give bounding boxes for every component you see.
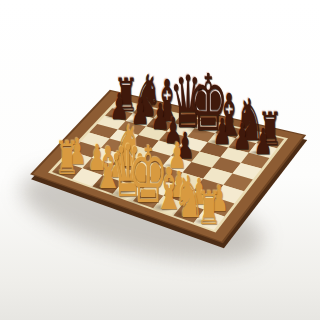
chess-set-product-photo: rnbqkbnr/ppp2ppp/3p4/4p3/4P3/2N5/PPPP1PP… bbox=[0, 0, 320, 320]
piece-dark-p-f7: ♟ bbox=[212, 114, 231, 150]
chess-pieces-layer: ♜♞♝♛♚♝♞♜♟♟♟♟♟♟♟♟♟♞♟♟♟♟♟♟♟♜♝♛♚♝♞♜ bbox=[0, 0, 320, 320]
piece-light-r-a1: ♜ bbox=[55, 136, 79, 182]
piece-light-r-h1: ♜ bbox=[197, 185, 221, 231]
piece-dark-p-g7: ♟ bbox=[233, 119, 252, 155]
piece-dark-p-h7: ♟ bbox=[254, 124, 273, 160]
